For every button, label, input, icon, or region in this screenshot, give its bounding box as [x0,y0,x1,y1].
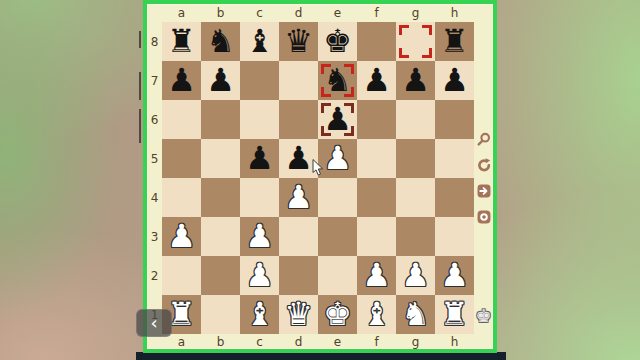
square-c7[interactable] [240,61,279,100]
rank-label-2: 2 [147,256,162,295]
black-pawn-f7[interactable]: ♟ [357,61,396,100]
square-d4[interactable]: ♟ [279,178,318,217]
square-h6[interactable] [435,100,474,139]
rank-label-6: 6 [147,100,162,139]
file-labels-bottom: abcdefgh [162,334,474,350]
square-e4[interactable] [318,178,357,217]
square-h3[interactable] [435,217,474,256]
rotate-redo-icon[interactable] [477,158,491,172]
file-label-g: g [396,4,435,22]
record-circle-icon[interactable] [477,210,491,224]
black-pawn-d5[interactable]: ♟ [279,139,318,178]
square-d8[interactable]: ♛ [279,22,318,61]
file-label-e: e [318,334,357,350]
file-label-b: b [201,4,240,22]
black-pawn-b7[interactable]: ♟ [201,61,240,100]
square-b7[interactable]: ♟ [201,61,240,100]
black-pawn-h7[interactable]: ♟ [435,61,474,100]
file-label-g: g [396,334,435,350]
turn-indicator-white-king: ♚ [474,300,493,330]
square-a2[interactable] [162,256,201,295]
square-g6[interactable] [396,100,435,139]
file-label-d: d [279,334,318,350]
screenshot-stage: abcdefgh 87654321 ♜♞♝♛♚♜♟♟♞♟♟♟♟♟♟♟♟♟♟♟♟♟… [0,0,640,360]
file-label-b: b [201,334,240,350]
square-g8[interactable] [396,22,435,61]
white-pawn-e5[interactable]: ♟ [318,139,357,178]
black-pawn-c5[interactable]: ♟ [240,139,279,178]
white-pawn-h2[interactable]: ♟ [435,256,474,295]
square-a4[interactable] [162,178,201,217]
black-pawn-a7[interactable]: ♟ [162,61,201,100]
square-h8[interactable]: ♜ [435,22,474,61]
file-labels-top: abcdefgh [162,4,474,22]
forward-arrow-icon[interactable] [477,184,491,198]
square-g5[interactable] [396,139,435,178]
square-d7[interactable] [279,61,318,100]
square-b8[interactable]: ♞ [201,22,240,61]
square-d3[interactable] [279,217,318,256]
bottom-dark-strip [136,352,506,360]
file-label-f: f [357,334,396,350]
square-b4[interactable] [201,178,240,217]
square-h7[interactable]: ♟ [435,61,474,100]
square-g2[interactable]: ♟ [396,256,435,295]
black-rook-h8[interactable]: ♜ [435,22,474,61]
square-c2[interactable]: ♟ [240,256,279,295]
rank-labels-left: 87654321 [147,22,162,334]
white-knight-g1[interactable]: ♞ [396,295,435,334]
square-d5[interactable]: ♟ [279,139,318,178]
file-label-e: e [318,4,357,22]
white-rook-h1[interactable]: ♜ [435,295,474,334]
rank-label-4: 4 [147,178,162,217]
file-label-d: d [279,4,318,22]
black-bishop-c8[interactable]: ♝ [240,22,279,61]
square-c6[interactable] [240,100,279,139]
square-h4[interactable] [435,178,474,217]
square-e8[interactable]: ♚ [318,22,357,61]
square-f1[interactable]: ♝ [357,295,396,334]
square-g3[interactable] [396,217,435,256]
square-b1[interactable] [201,295,240,334]
black-knight-e7[interactable]: ♞ [318,61,357,100]
side-toolbar [474,132,493,242]
highlight-g8 [399,25,432,58]
white-pawn-g2[interactable]: ♟ [396,256,435,295]
square-f8[interactable] [357,22,396,61]
square-f3[interactable] [357,217,396,256]
square-d2[interactable] [279,256,318,295]
square-h2[interactable]: ♟ [435,256,474,295]
back-button[interactable]: ‹ [136,309,172,337]
white-queen-d1[interactable]: ♛ [279,295,318,334]
square-c3[interactable]: ♟ [240,217,279,256]
board-frame: abcdefgh 87654321 ♜♞♝♛♚♜♟♟♞♟♟♟♟♟♟♟♟♟♟♟♟♟… [143,0,497,353]
white-bishop-f1[interactable]: ♝ [357,295,396,334]
square-g1[interactable]: ♞ [396,295,435,334]
square-h5[interactable] [435,139,474,178]
white-pawn-d4[interactable]: ♟ [279,178,318,217]
square-a7[interactable]: ♟ [162,61,201,100]
square-e5[interactable]: ♟ [318,139,357,178]
square-e6[interactable]: ♟ [318,100,357,139]
square-g7[interactable]: ♟ [396,61,435,100]
file-label-c: c [240,334,279,350]
square-a5[interactable] [162,139,201,178]
white-pawn-c2[interactable]: ♟ [240,256,279,295]
rank-label-8: 8 [147,22,162,61]
square-e3[interactable] [318,217,357,256]
square-c1[interactable]: ♝ [240,295,279,334]
square-a3[interactable]: ♟ [162,217,201,256]
file-label-h: h [435,334,474,350]
white-pawn-c3[interactable]: ♟ [240,217,279,256]
square-b5[interactable] [201,139,240,178]
square-c4[interactable] [240,178,279,217]
square-f2[interactable]: ♟ [357,256,396,295]
square-a8[interactable]: ♜ [162,22,201,61]
white-king-e1[interactable]: ♚ [318,295,357,334]
square-f4[interactable] [357,178,396,217]
square-e1[interactable]: ♚ [318,295,357,334]
chess-board[interactable]: ♜♞♝♛♚♜♟♟♞♟♟♟♟♟♟♟♟♟♟♟♟♟♟♜♝♛♚♝♞♜ [162,22,474,334]
black-pawn-e6[interactable]: ♟ [318,100,357,139]
rank-label-7: 7 [147,61,162,100]
file-label-c: c [240,4,279,22]
square-f5[interactable] [357,139,396,178]
square-c8[interactable]: ♝ [240,22,279,61]
file-label-h: h [435,4,474,22]
black-pawn-g7[interactable]: ♟ [396,61,435,100]
white-pawn-f2[interactable]: ♟ [357,256,396,295]
square-b6[interactable] [201,100,240,139]
file-label-f: f [357,4,396,22]
rank-label-5: 5 [147,139,162,178]
square-d6[interactable] [279,100,318,139]
square-a6[interactable] [162,100,201,139]
square-b2[interactable] [201,256,240,295]
square-e2[interactable] [318,256,357,295]
square-b3[interactable] [201,217,240,256]
square-h1[interactable]: ♜ [435,295,474,334]
white-pawn-a3[interactable]: ♟ [162,217,201,256]
magnifier-icon[interactable] [477,132,491,146]
square-d1[interactable]: ♛ [279,295,318,334]
square-e7[interactable]: ♞ [318,61,357,100]
square-c5[interactable]: ♟ [240,139,279,178]
square-g4[interactable] [396,178,435,217]
file-label-a: a [162,4,201,22]
black-queen-d8[interactable]: ♛ [279,22,318,61]
white-bishop-c1[interactable]: ♝ [240,295,279,334]
rank-label-3: 3 [147,217,162,256]
square-f6[interactable] [357,100,396,139]
background-tick-marks [139,0,141,160]
black-rook-a8[interactable]: ♜ [162,22,201,61]
black-king-e8[interactable]: ♚ [318,22,357,61]
square-f7[interactable]: ♟ [357,61,396,100]
black-knight-b8[interactable]: ♞ [201,22,240,61]
